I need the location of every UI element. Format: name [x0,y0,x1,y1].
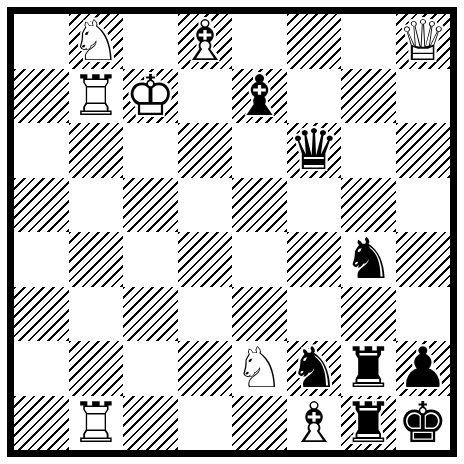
piece-black-knight: ♞ [289,341,339,396]
square-h1[interactable]: ♚ [396,396,451,451]
square-f3[interactable] [287,287,342,342]
square-b5[interactable] [69,178,124,233]
square-h7[interactable] [396,69,451,124]
piece-white-rook: ♜♖ [71,69,121,124]
piece-white-king: ♚♔ [125,69,175,124]
piece-white-knight: ♞♘ [234,341,284,396]
square-b8[interactable]: ♞♘ [69,14,124,69]
square-h2[interactable]: ♟ [396,341,451,396]
piece-white-rook: ♜♖ [71,396,121,451]
square-g7[interactable] [341,69,396,124]
square-a7[interactable] [14,69,69,124]
square-h6[interactable] [396,123,451,178]
square-e1[interactable] [232,396,287,451]
square-g8[interactable] [341,14,396,69]
square-h4[interactable] [396,232,451,287]
square-d5[interactable] [178,178,233,233]
square-f4[interactable] [287,232,342,287]
square-g2[interactable]: ♜ [341,341,396,396]
square-d2[interactable] [178,341,233,396]
square-a6[interactable] [14,123,69,178]
piece-white-queen: ♛♕ [398,14,448,69]
piece-white-bishop: ♝♗ [289,396,339,451]
square-c4[interactable] [123,232,178,287]
square-d4[interactable] [178,232,233,287]
square-b2[interactable] [69,341,124,396]
piece-white-bishop: ♝♗ [180,14,230,69]
square-e5[interactable] [232,178,287,233]
chess-diagram: ♞♘♝♗♛♕♜♖♚♔♝♛♞♞♘♞♜♟♜♖♝♗♜♚ [0,0,464,464]
square-c6[interactable] [123,123,178,178]
square-d3[interactable] [178,287,233,342]
square-f1[interactable]: ♝♗ [287,396,342,451]
square-a3[interactable] [14,287,69,342]
piece-black-bishop: ♝ [234,69,284,124]
square-c3[interactable] [123,287,178,342]
square-g3[interactable] [341,287,396,342]
square-d7[interactable] [178,69,233,124]
square-f8[interactable] [287,14,342,69]
square-a1[interactable] [14,396,69,451]
square-b6[interactable] [69,123,124,178]
square-f7[interactable] [287,69,342,124]
square-e4[interactable] [232,232,287,287]
square-e6[interactable] [232,123,287,178]
square-b1[interactable]: ♜♖ [69,396,124,451]
piece-black-king: ♚ [398,396,448,451]
square-c7[interactable]: ♚♔ [123,69,178,124]
square-e8[interactable] [232,14,287,69]
square-c1[interactable] [123,396,178,451]
piece-black-rook: ♜ [343,341,393,396]
square-f5[interactable] [287,178,342,233]
square-f2[interactable]: ♞ [287,341,342,396]
piece-black-queen: ♛ [289,123,339,178]
square-c8[interactable] [123,14,178,69]
square-a5[interactable] [14,178,69,233]
square-g6[interactable] [341,123,396,178]
square-h3[interactable] [396,287,451,342]
square-h5[interactable] [396,178,451,233]
square-d6[interactable] [178,123,233,178]
piece-black-pawn: ♟ [398,341,448,396]
square-a4[interactable] [14,232,69,287]
square-g4[interactable]: ♞ [341,232,396,287]
square-d1[interactable] [178,396,233,451]
piece-black-knight: ♞ [343,232,393,287]
chess-board: ♞♘♝♗♛♕♜♖♚♔♝♛♞♞♘♞♜♟♜♖♝♗♜♚ [14,14,450,450]
square-c2[interactable] [123,341,178,396]
square-b4[interactable] [69,232,124,287]
square-e3[interactable] [232,287,287,342]
square-f6[interactable]: ♛ [287,123,342,178]
square-e7[interactable]: ♝ [232,69,287,124]
square-c5[interactable] [123,178,178,233]
square-g5[interactable] [341,178,396,233]
square-d8[interactable]: ♝♗ [178,14,233,69]
square-a8[interactable] [14,14,69,69]
square-e2[interactable]: ♞♘ [232,341,287,396]
piece-black-rook: ♜ [343,396,393,451]
square-h8[interactable]: ♛♕ [396,14,451,69]
square-b3[interactable] [69,287,124,342]
square-a2[interactable] [14,341,69,396]
square-b7[interactable]: ♜♖ [69,69,124,124]
board-frame: ♞♘♝♗♛♕♜♖♚♔♝♛♞♞♘♞♜♟♜♖♝♗♜♚ [7,7,457,457]
square-g1[interactable]: ♜ [341,396,396,451]
piece-white-knight: ♞♘ [71,14,121,69]
